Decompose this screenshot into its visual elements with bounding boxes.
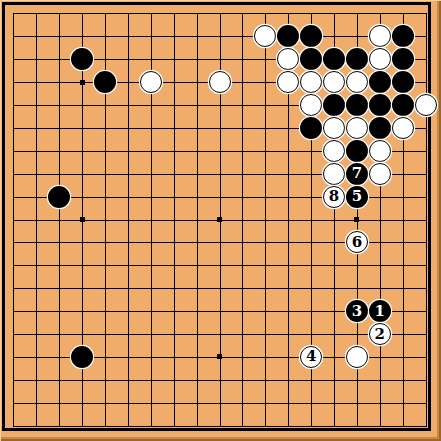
stone-black [323,94,345,116]
stone-white [323,163,345,185]
stone-white [323,71,345,93]
stone-black [369,117,391,139]
stone-white-move-2: 2 [369,323,391,345]
stone-white [323,140,345,162]
star-point [80,217,85,222]
star-point [354,217,359,222]
stone-white [369,48,391,70]
stone-white-move-4: 4 [300,346,322,368]
move-number: 7 [352,166,362,181]
stone-black-move-3: 3 [346,300,368,322]
move-number: 6 [352,235,362,250]
grid-line-horizontal [13,403,426,404]
stone-white [392,117,414,139]
stone-white [346,71,368,93]
stone-white [369,25,391,47]
stone-white [415,94,437,116]
stone-black [71,346,93,368]
stone-black [94,71,116,93]
star-point [217,217,222,222]
grid-line-horizontal [13,288,426,289]
stone-black [346,48,368,70]
grid-line-horizontal [13,334,426,335]
grid-line-vertical [265,13,266,426]
go-board[interactable]: 78563124 [0,0,441,441]
stone-white [369,163,391,185]
stone-white [346,346,368,368]
move-number: 5 [352,189,362,204]
grid-line-vertical [426,13,427,426]
move-number: 4 [306,349,316,364]
stone-black [369,71,391,93]
stone-black [48,186,70,208]
stone-white-move-8: 8 [323,186,345,208]
star-point [80,80,85,85]
stone-black [392,94,414,116]
grid-line-horizontal [13,265,426,266]
stone-black [300,117,322,139]
grid-line-vertical [242,13,243,426]
stone-black-move-1: 1 [369,300,391,322]
stone-white [300,94,322,116]
move-number: 1 [375,304,385,319]
stone-white [346,117,368,139]
stone-white [140,71,162,93]
grid-line-horizontal [13,426,426,427]
grid-line-horizontal [13,380,426,381]
stone-black [392,48,414,70]
stone-black-move-7: 7 [346,163,368,185]
stone-black [392,25,414,47]
stone-black [346,94,368,116]
stone-black [346,140,368,162]
move-number: 2 [375,327,385,342]
stone-black [369,94,391,116]
move-number: 8 [329,189,339,204]
stone-white [369,140,391,162]
star-point [217,354,222,359]
stone-black-move-5: 5 [346,186,368,208]
stone-black [392,71,414,93]
move-number: 3 [352,304,362,319]
stone-white [323,117,345,139]
stone-white [209,71,231,93]
